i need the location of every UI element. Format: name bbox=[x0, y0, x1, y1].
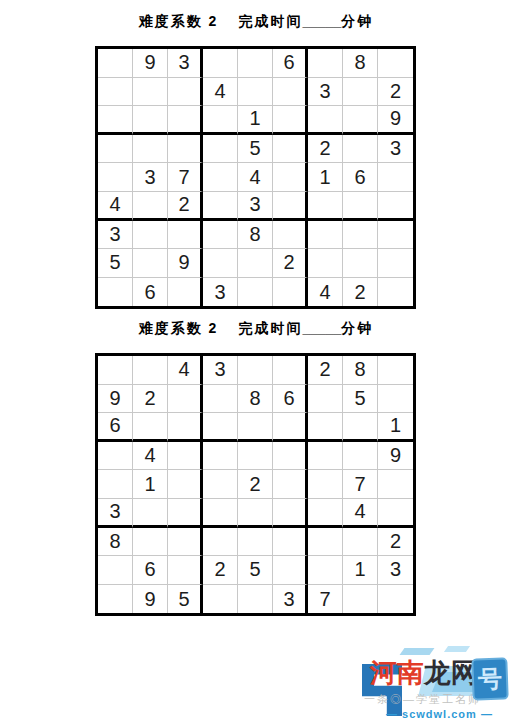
p2-cell-r4c8[interactable] bbox=[343, 442, 378, 471]
p1-cell-r1c9[interactable] bbox=[378, 49, 413, 78]
p2-cell-r6c9[interactable] bbox=[378, 499, 413, 528]
puzzle-2-header: 难度系数 2完成时间_____分钟 bbox=[88, 320, 424, 338]
p1-cell-r7c4[interactable] bbox=[203, 221, 238, 250]
p2-cell-r3c6[interactable] bbox=[273, 413, 308, 442]
p2-cell-r6c8[interactable]: 4 bbox=[343, 499, 378, 528]
p1-cell-r4c1[interactable] bbox=[98, 135, 133, 164]
watermark-url: — scwdwl.com — bbox=[386, 708, 493, 720]
p1-cell-r5c2[interactable]: 3 bbox=[133, 163, 168, 192]
p1-cell-r9c2[interactable]: 6 bbox=[133, 278, 168, 307]
p2-cell-r1c4[interactable]: 3 bbox=[203, 356, 238, 385]
p2-cell-r1c5[interactable] bbox=[238, 356, 273, 385]
p2-cell-r5c4[interactable] bbox=[203, 470, 238, 499]
p1-cell-r3c6[interactable] bbox=[273, 106, 308, 135]
watermark-decor-stroke-icon bbox=[400, 648, 435, 655]
p2-cell-r2c8[interactable]: 5 bbox=[343, 385, 378, 414]
puzzle-2-time-blank: _____ bbox=[302, 320, 341, 336]
p1-cell-r8c4[interactable] bbox=[203, 249, 238, 278]
p2-cell-r8c1[interactable] bbox=[98, 556, 133, 585]
p2-cell-r6c1[interactable]: 3 bbox=[98, 499, 133, 528]
p1-cell-r8c7[interactable] bbox=[308, 249, 343, 278]
p2-cell-r2c7[interactable] bbox=[308, 385, 343, 414]
p1-cell-r6c4[interactable] bbox=[203, 192, 238, 221]
p2-cell-r9c4[interactable] bbox=[203, 585, 238, 614]
site-watermark: 一条◎—学堂工名师 河南龙网 号 — scwdwl.com — bbox=[362, 650, 512, 724]
p2-cell-r4c1[interactable] bbox=[98, 442, 133, 471]
worksheet-page: 难度系数 2完成时间_____分钟 9368432195233741642338… bbox=[0, 0, 512, 724]
p1-cell-r3c4[interactable] bbox=[203, 106, 238, 135]
p1-cell-r4c5[interactable]: 5 bbox=[238, 135, 273, 164]
p2-cell-r1c8[interactable]: 8 bbox=[343, 356, 378, 385]
p1-cell-r9c6[interactable] bbox=[273, 278, 308, 307]
p1-cell-r5c7[interactable]: 1 bbox=[308, 163, 343, 192]
sudoku-board-2: 43289286561491273482625139537 bbox=[95, 353, 416, 616]
p1-cell-r7c5[interactable]: 8 bbox=[238, 221, 273, 250]
p1-cell-r9c5[interactable] bbox=[238, 278, 273, 307]
p2-cell-r3c4[interactable] bbox=[203, 413, 238, 442]
p2-cell-r9c2[interactable]: 9 bbox=[133, 585, 168, 614]
p1-cell-r8c6[interactable]: 2 bbox=[273, 249, 308, 278]
p2-cell-r1c2[interactable] bbox=[133, 356, 168, 385]
p2-cell-r7c7[interactable] bbox=[308, 528, 343, 557]
p2-cell-r3c3[interactable] bbox=[168, 413, 203, 442]
sudoku-board-1: 93684321952337416423385926342 bbox=[95, 46, 416, 309]
p2-cell-r9c7[interactable]: 7 bbox=[308, 585, 343, 614]
p2-cell-r4c5[interactable] bbox=[238, 442, 273, 471]
p2-cell-r2c2[interactable]: 2 bbox=[133, 385, 168, 414]
p2-cell-r1c6[interactable] bbox=[273, 356, 308, 385]
p2-cell-r9c1[interactable] bbox=[98, 585, 133, 614]
p1-cell-r3c5[interactable]: 1 bbox=[238, 106, 273, 135]
p1-cell-r5c6[interactable] bbox=[273, 163, 308, 192]
p1-cell-r9c9[interactable] bbox=[378, 278, 413, 307]
p1-cell-r5c8[interactable]: 6 bbox=[343, 163, 378, 192]
p1-cell-r9c7[interactable]: 4 bbox=[308, 278, 343, 307]
p1-cell-r1c5[interactable] bbox=[238, 49, 273, 78]
p2-cell-r4c9[interactable]: 9 bbox=[378, 442, 413, 471]
p2-cell-r3c7[interactable] bbox=[308, 413, 343, 442]
p2-cell-r2c6[interactable]: 6 bbox=[273, 385, 308, 414]
p2-cell-r4c6[interactable] bbox=[273, 442, 308, 471]
p2-cell-r5c7[interactable] bbox=[308, 470, 343, 499]
p2-cell-r7c5[interactable] bbox=[238, 528, 273, 557]
puzzle-1-time-label: 完成时间 bbox=[238, 13, 302, 29]
p1-cell-r5c3[interactable]: 7 bbox=[168, 163, 203, 192]
p1-cell-r4c8[interactable] bbox=[343, 135, 378, 164]
p1-cell-r5c5[interactable]: 4 bbox=[238, 163, 273, 192]
p2-cell-r5c1[interactable] bbox=[98, 470, 133, 499]
p2-cell-r8c6[interactable] bbox=[273, 556, 308, 585]
p2-cell-r7c3[interactable] bbox=[168, 528, 203, 557]
p2-cell-r5c5[interactable]: 2 bbox=[238, 470, 273, 499]
puzzle-1-minutes-label: 分钟 bbox=[341, 13, 373, 29]
p1-cell-r4c7[interactable]: 2 bbox=[308, 135, 343, 164]
p2-cell-r8c2[interactable]: 6 bbox=[133, 556, 168, 585]
p1-cell-r8c9[interactable] bbox=[378, 249, 413, 278]
p1-cell-r2c9[interactable]: 2 bbox=[378, 78, 413, 107]
p2-cell-r7c4[interactable] bbox=[203, 528, 238, 557]
p2-cell-r2c4[interactable] bbox=[203, 385, 238, 414]
p2-cell-r7c8[interactable] bbox=[343, 528, 378, 557]
p1-cell-r3c9[interactable]: 9 bbox=[378, 106, 413, 135]
watermark-seal-icon: 号 bbox=[471, 657, 508, 700]
p1-cell-r7c2[interactable] bbox=[133, 221, 168, 250]
p1-cell-r7c7[interactable] bbox=[308, 221, 343, 250]
p2-cell-r6c3[interactable] bbox=[168, 499, 203, 528]
p2-cell-r8c8[interactable]: 1 bbox=[343, 556, 378, 585]
p1-cell-r2c7[interactable]: 3 bbox=[308, 78, 343, 107]
p2-cell-r4c2[interactable]: 4 bbox=[133, 442, 168, 471]
p2-cell-r3c8[interactable] bbox=[343, 413, 378, 442]
p1-cell-r2c3[interactable] bbox=[168, 78, 203, 107]
p2-cell-r9c3[interactable]: 5 bbox=[168, 585, 203, 614]
p2-cell-r2c5[interactable]: 8 bbox=[238, 385, 273, 414]
puzzle-1-time-blank: _____ bbox=[302, 13, 341, 29]
p1-cell-r6c6[interactable] bbox=[273, 192, 308, 221]
p2-cell-r7c6[interactable] bbox=[273, 528, 308, 557]
p1-cell-r3c3[interactable] bbox=[168, 106, 203, 135]
p1-cell-r4c4[interactable] bbox=[203, 135, 238, 164]
p2-cell-r3c5[interactable] bbox=[238, 413, 273, 442]
p2-cell-r8c7[interactable] bbox=[308, 556, 343, 585]
p1-cell-r6c1[interactable]: 4 bbox=[98, 192, 133, 221]
p2-cell-r7c1[interactable]: 8 bbox=[98, 528, 133, 557]
watermark-tagline: 一条◎—学堂工名师 bbox=[364, 692, 481, 707]
p2-cell-r4c4[interactable] bbox=[203, 442, 238, 471]
p2-cell-r1c1[interactable] bbox=[98, 356, 133, 385]
p2-cell-r4c7[interactable] bbox=[308, 442, 343, 471]
p1-cell-r6c2[interactable] bbox=[133, 192, 168, 221]
p1-cell-r7c3[interactable] bbox=[168, 221, 203, 250]
p2-cell-r8c9[interactable]: 3 bbox=[378, 556, 413, 585]
p2-cell-r1c3[interactable]: 4 bbox=[168, 356, 203, 385]
p2-cell-r5c6[interactable] bbox=[273, 470, 308, 499]
p2-cell-r8c5[interactable]: 5 bbox=[238, 556, 273, 585]
p1-cell-r4c9[interactable]: 3 bbox=[378, 135, 413, 164]
p2-cell-r7c9[interactable]: 2 bbox=[378, 528, 413, 557]
p1-cell-r9c4[interactable]: 3 bbox=[203, 278, 238, 307]
p1-cell-r8c1[interactable]: 5 bbox=[98, 249, 133, 278]
p1-cell-r2c2[interactable] bbox=[133, 78, 168, 107]
puzzle-1-header: 难度系数 2完成时间_____分钟 bbox=[88, 13, 424, 31]
p1-cell-r5c9[interactable] bbox=[378, 163, 413, 192]
p1-cell-r8c8[interactable] bbox=[343, 249, 378, 278]
p2-cell-r5c3[interactable] bbox=[168, 470, 203, 499]
p2-cell-r8c3[interactable] bbox=[168, 556, 203, 585]
watermark-site-name-dark: 龙网 bbox=[424, 658, 478, 688]
p2-cell-r2c1[interactable]: 9 bbox=[98, 385, 133, 414]
p2-cell-r6c7[interactable] bbox=[308, 499, 343, 528]
p1-cell-r1c4[interactable] bbox=[203, 49, 238, 78]
puzzle-2-time-label: 完成时间 bbox=[238, 320, 302, 336]
p1-cell-r4c3[interactable] bbox=[168, 135, 203, 164]
p1-cell-r2c8[interactable] bbox=[343, 78, 378, 107]
p2-cell-r7c2[interactable] bbox=[133, 528, 168, 557]
p1-cell-r2c4[interactable]: 4 bbox=[203, 78, 238, 107]
p1-cell-r4c2[interactable] bbox=[133, 135, 168, 164]
p1-cell-r4c6[interactable] bbox=[273, 135, 308, 164]
p1-cell-r6c9[interactable] bbox=[378, 192, 413, 221]
p1-cell-r6c8[interactable] bbox=[343, 192, 378, 221]
p1-cell-r2c1[interactable] bbox=[98, 78, 133, 107]
p1-cell-r8c2[interactable] bbox=[133, 249, 168, 278]
p1-cell-r1c7[interactable] bbox=[308, 49, 343, 78]
p2-cell-r3c9[interactable]: 1 bbox=[378, 413, 413, 442]
p1-cell-r9c1[interactable] bbox=[98, 278, 133, 307]
p2-cell-r3c1[interactable]: 6 bbox=[98, 413, 133, 442]
puzzle-1-difficulty-label: 难度系数 2 bbox=[139, 13, 219, 29]
p2-cell-r6c5[interactable] bbox=[238, 499, 273, 528]
p1-cell-r6c3[interactable]: 2 bbox=[168, 192, 203, 221]
p1-cell-r8c3[interactable]: 9 bbox=[168, 249, 203, 278]
p1-cell-r1c8[interactable]: 8 bbox=[343, 49, 378, 78]
watermark-decor-stroke-icon bbox=[444, 646, 470, 652]
p2-cell-r1c7[interactable]: 2 bbox=[308, 356, 343, 385]
puzzle-2-difficulty-label: 难度系数 2 bbox=[139, 320, 219, 336]
p2-cell-r4c3[interactable] bbox=[168, 442, 203, 471]
p2-cell-r9c8[interactable] bbox=[343, 585, 378, 614]
p2-cell-r9c6[interactable]: 3 bbox=[273, 585, 308, 614]
p1-cell-r8c5[interactable] bbox=[238, 249, 273, 278]
p2-cell-r5c9[interactable] bbox=[378, 470, 413, 499]
p2-cell-r2c9[interactable] bbox=[378, 385, 413, 414]
p2-cell-r5c8[interactable]: 7 bbox=[343, 470, 378, 499]
p2-cell-r6c6[interactable] bbox=[273, 499, 308, 528]
p1-cell-r5c1[interactable] bbox=[98, 163, 133, 192]
p1-cell-r1c3[interactable]: 3 bbox=[168, 49, 203, 78]
p2-cell-r9c9[interactable] bbox=[378, 585, 413, 614]
p2-cell-r8c4[interactable]: 2 bbox=[203, 556, 238, 585]
p1-cell-r2c6[interactable] bbox=[273, 78, 308, 107]
p1-cell-r3c2[interactable] bbox=[133, 106, 168, 135]
puzzle-2-minutes-label: 分钟 bbox=[341, 320, 373, 336]
watermark-site-name: 河南龙网 bbox=[370, 658, 478, 688]
p1-cell-r3c7[interactable] bbox=[308, 106, 343, 135]
p1-cell-r3c8[interactable] bbox=[343, 106, 378, 135]
p1-cell-r6c7[interactable] bbox=[308, 192, 343, 221]
p2-cell-r5c2[interactable]: 1 bbox=[133, 470, 168, 499]
p1-cell-r9c3[interactable] bbox=[168, 278, 203, 307]
p2-cell-r2c3[interactable] bbox=[168, 385, 203, 414]
p1-cell-r5c4[interactable] bbox=[203, 163, 238, 192]
p2-cell-r3c2[interactable] bbox=[133, 413, 168, 442]
p2-cell-r6c4[interactable] bbox=[203, 499, 238, 528]
p1-cell-r1c6[interactable]: 6 bbox=[273, 49, 308, 78]
p1-cell-r7c8[interactable] bbox=[343, 221, 378, 250]
p1-cell-r7c6[interactable] bbox=[273, 221, 308, 250]
p1-cell-r1c2[interactable]: 9 bbox=[133, 49, 168, 78]
watermark-site-name-red: 河南 bbox=[370, 658, 424, 688]
p2-cell-r9c5[interactable] bbox=[238, 585, 273, 614]
p1-cell-r9c8[interactable]: 2 bbox=[343, 278, 378, 307]
p1-cell-r7c9[interactable] bbox=[378, 221, 413, 250]
p1-cell-r1c1[interactable] bbox=[98, 49, 133, 78]
p2-cell-r1c9[interactable] bbox=[378, 356, 413, 385]
p1-cell-r3c1[interactable] bbox=[98, 106, 133, 135]
p1-cell-r2c5[interactable] bbox=[238, 78, 273, 107]
p1-cell-r7c1[interactable]: 3 bbox=[98, 221, 133, 250]
p1-cell-r6c5[interactable]: 3 bbox=[238, 192, 273, 221]
p2-cell-r6c2[interactable] bbox=[133, 499, 168, 528]
